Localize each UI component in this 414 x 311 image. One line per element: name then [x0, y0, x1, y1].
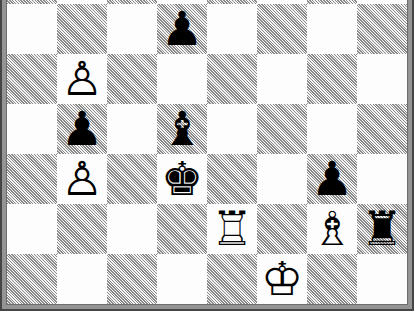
square-g2[interactable]: ♗: [307, 204, 357, 254]
piece-white-bishop[interactable]: ♗: [311, 205, 353, 252]
square-a5[interactable]: [7, 54, 57, 104]
square-h4[interactable]: [357, 104, 407, 154]
square-a6[interactable]: [7, 4, 57, 54]
square-g3[interactable]: ♟: [307, 154, 357, 204]
square-b1[interactable]: [57, 254, 107, 304]
square-g6[interactable]: [307, 4, 357, 54]
piece-white-pawn[interactable]: ♙: [61, 55, 103, 102]
piece-white-rook[interactable]: ♖: [211, 205, 253, 252]
square-h3[interactable]: [357, 154, 407, 204]
square-b6[interactable]: [57, 4, 107, 54]
square-h5[interactable]: [357, 54, 407, 104]
square-e6[interactable]: [207, 4, 257, 54]
piece-white-king[interactable]: ♔: [261, 255, 303, 302]
square-c6[interactable]: [107, 4, 157, 54]
square-d6[interactable]: ♟: [157, 4, 207, 54]
piece-black-bishop[interactable]: ♝: [161, 105, 203, 152]
square-d2[interactable]: [157, 204, 207, 254]
square-a4[interactable]: [7, 104, 57, 154]
square-h1[interactable]: [357, 254, 407, 304]
piece-black-pawn[interactable]: ♟: [311, 155, 353, 202]
square-b4[interactable]: ♟: [57, 104, 107, 154]
square-a1[interactable]: [7, 254, 57, 304]
piece-black-king[interactable]: ♚: [161, 155, 203, 202]
piece-black-pawn[interactable]: ♟: [61, 105, 103, 152]
square-c3[interactable]: [107, 154, 157, 204]
square-b5[interactable]: ♙: [57, 54, 107, 104]
square-f5[interactable]: [257, 54, 307, 104]
square-c5[interactable]: [107, 54, 157, 104]
square-f2[interactable]: [257, 204, 307, 254]
square-f1[interactable]: ♔: [257, 254, 307, 304]
piece-black-pawn[interactable]: ♟: [161, 5, 203, 52]
square-e5[interactable]: [207, 54, 257, 104]
square-g5[interactable]: [307, 54, 357, 104]
square-f4[interactable]: [257, 104, 307, 154]
square-g1[interactable]: [307, 254, 357, 304]
piece-white-pawn[interactable]: ♙: [61, 155, 103, 202]
square-d5[interactable]: [157, 54, 207, 104]
square-e3[interactable]: [207, 154, 257, 204]
square-d3[interactable]: ♚: [157, 154, 207, 204]
square-c1[interactable]: [107, 254, 157, 304]
square-a3[interactable]: [7, 154, 57, 204]
square-f3[interactable]: [257, 154, 307, 204]
piece-black-rook[interactable]: ♜: [361, 205, 403, 252]
square-h6[interactable]: [357, 4, 407, 54]
square-g4[interactable]: [307, 104, 357, 154]
square-f6[interactable]: [257, 4, 307, 54]
square-a2[interactable]: [7, 204, 57, 254]
chess-diagram-screenshot: ♟♙♟♝♙♚♟♖♗♜♔: [0, 0, 414, 311]
square-c4[interactable]: [107, 104, 157, 154]
square-b2[interactable]: [57, 204, 107, 254]
square-b3[interactable]: ♙: [57, 154, 107, 204]
square-d4[interactable]: ♝: [157, 104, 207, 154]
square-e4[interactable]: [207, 104, 257, 154]
square-d1[interactable]: [157, 254, 207, 304]
chess-board: ♟♙♟♝♙♚♟♖♗♜♔: [7, 0, 407, 304]
board-frame: ♟♙♟♝♙♚♟♖♗♜♔: [0, 0, 414, 311]
square-e1[interactable]: [207, 254, 257, 304]
square-c2[interactable]: [107, 204, 157, 254]
square-e2[interactable]: ♖: [207, 204, 257, 254]
square-h2[interactable]: ♜: [357, 204, 407, 254]
